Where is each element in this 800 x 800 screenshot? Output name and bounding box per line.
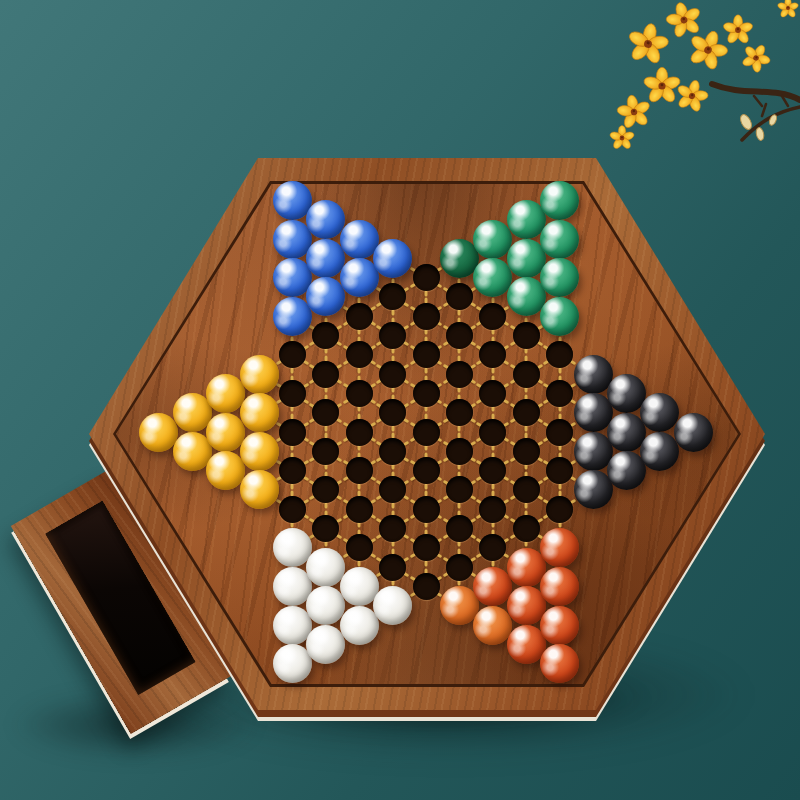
hole-c8-r2[interactable] xyxy=(413,341,440,368)
hole-c11-r5[interactable] xyxy=(513,399,540,426)
hole-c9-r7[interactable] xyxy=(446,515,473,542)
hole-c6-r8[interactable] xyxy=(346,534,373,561)
marble-green-c10-r0[interactable] xyxy=(473,220,512,259)
hole-c6-r5[interactable] xyxy=(346,419,373,446)
brass-line-dash xyxy=(291,367,294,373)
hole-c9-r8[interactable] xyxy=(446,554,473,581)
osmanthus-flowers xyxy=(609,0,799,150)
marble-yellow-c3-r1[interactable] xyxy=(240,393,279,432)
marble-black-c16-r0[interactable] xyxy=(674,413,713,452)
hole-c8-r4[interactable] xyxy=(413,419,440,446)
hole-c8-r0[interactable] xyxy=(413,264,440,291)
hole-c12-r5[interactable] xyxy=(546,380,573,407)
hole-c11-r8[interactable] xyxy=(513,515,540,542)
marble-white-c5-r11[interactable] xyxy=(306,625,345,664)
hole-c12-r7[interactable] xyxy=(546,457,573,484)
marble-white-c6-r10[interactable] xyxy=(340,606,379,645)
marble-red-c12-r10[interactable] xyxy=(540,567,579,606)
brass-line-dash xyxy=(324,502,327,508)
hole-c4-r8[interactable] xyxy=(279,496,306,523)
marble-green-c12-r1[interactable] xyxy=(540,220,579,259)
hole-c11-r7[interactable] xyxy=(513,476,540,503)
marble-blue-c5-r1[interactable] xyxy=(306,239,345,278)
marble-white-c7-r9[interactable] xyxy=(373,586,412,625)
hole-c10-r2[interactable] xyxy=(479,303,506,330)
hole-c11-r6[interactable] xyxy=(513,438,540,465)
brass-line-dash xyxy=(491,560,494,566)
hole-c10-r4[interactable] xyxy=(479,380,506,407)
marble-green-c12-r2[interactable] xyxy=(540,258,579,297)
marble-green-c12-r0[interactable] xyxy=(540,181,579,220)
marble-blue-c7-r0[interactable] xyxy=(373,239,412,278)
hole-c11-r4[interactable] xyxy=(513,361,540,388)
hole-c6-r4[interactable] xyxy=(346,380,373,407)
hole-c4-r7[interactable] xyxy=(279,457,306,484)
brass-line-dash xyxy=(358,367,361,373)
hole-c4-r5[interactable] xyxy=(279,380,306,407)
hole-c11-r3[interactable] xyxy=(513,322,540,349)
hole-c8-r5[interactable] xyxy=(413,457,440,484)
hole-c8-r7[interactable] xyxy=(413,534,440,561)
hole-c10-r5[interactable] xyxy=(479,419,506,446)
marble-yellow-c2-r2[interactable] xyxy=(206,451,245,490)
hole-c10-r7[interactable] xyxy=(479,496,506,523)
hole-c8-r3[interactable] xyxy=(413,380,440,407)
marble-yellow-c3-r2[interactable] xyxy=(240,432,279,471)
marble-white-c5-r9[interactable] xyxy=(306,548,345,587)
hole-c6-r7[interactable] xyxy=(346,496,373,523)
marble-yellow-c2-r1[interactable] xyxy=(206,413,245,452)
marble-red-c12-r11[interactable] xyxy=(540,606,579,645)
marble-yellow-c2-r0[interactable] xyxy=(206,374,245,413)
brass-line-dash xyxy=(491,367,494,373)
hole-c9-r3[interactable] xyxy=(446,361,473,388)
marble-yellow-c0-r0[interactable] xyxy=(139,413,178,452)
marble-orange-red-c10-r10[interactable] xyxy=(473,606,512,645)
marble-red-c10-r9[interactable] xyxy=(473,567,512,606)
hole-c7-r7[interactable] xyxy=(379,515,406,542)
product-photo-stage xyxy=(0,0,800,800)
marble-yellow-c3-r3[interactable] xyxy=(240,470,279,509)
hole-c12-r8[interactable] xyxy=(546,496,573,523)
brass-line-dash xyxy=(391,502,394,508)
brass-line-dash xyxy=(458,502,461,508)
marble-green-c12-r3[interactable] xyxy=(540,297,579,336)
hole-c7-r2[interactable] xyxy=(379,322,406,349)
hole-c7-r5[interactable] xyxy=(379,438,406,465)
brass-line-dash xyxy=(458,309,461,315)
hole-c6-r2[interactable] xyxy=(346,303,373,330)
hole-c8-r1[interactable] xyxy=(413,303,440,330)
hole-c6-r3[interactable] xyxy=(346,341,373,368)
marble-red-c12-r12[interactable] xyxy=(540,644,579,683)
marble-yellow-c3-r0[interactable] xyxy=(240,355,279,394)
brass-line-dash xyxy=(391,309,394,315)
hole-c5-r6[interactable] xyxy=(312,438,339,465)
hole-c8-r8[interactable] xyxy=(413,573,440,600)
flower-branch-decoration xyxy=(596,0,800,170)
hole-c6-r6[interactable] xyxy=(346,457,373,484)
brass-line-dash xyxy=(425,367,428,373)
marble-black-c15-r1[interactable] xyxy=(640,432,679,471)
hole-c9-r5[interactable] xyxy=(446,438,473,465)
hole-c4-r6[interactable] xyxy=(279,419,306,446)
marble-black-c13-r3[interactable] xyxy=(574,470,613,509)
brass-line-dash xyxy=(358,560,361,566)
hole-c9-r4[interactable] xyxy=(446,399,473,426)
hole-c8-r6[interactable] xyxy=(413,496,440,523)
brass-line-dash xyxy=(425,560,428,566)
hole-c5-r4[interactable] xyxy=(312,361,339,388)
hole-c4-r4[interactable] xyxy=(279,341,306,368)
brass-line-dash xyxy=(525,502,528,508)
hole-c9-r2[interactable] xyxy=(446,322,473,349)
hole-c7-r8[interactable] xyxy=(379,554,406,581)
hole-c7-r3[interactable] xyxy=(379,361,406,388)
brass-line-dash xyxy=(558,367,561,373)
hole-c12-r6[interactable] xyxy=(546,419,573,446)
marble-black-c13-r1[interactable] xyxy=(574,393,613,432)
